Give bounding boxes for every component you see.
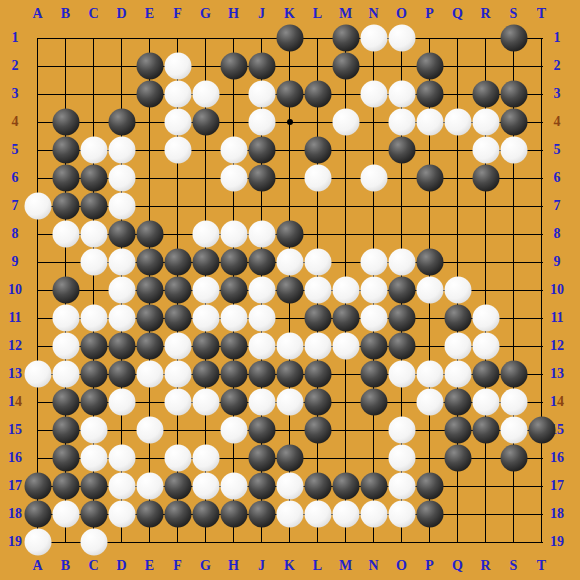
row-label-left: 13 [8, 366, 22, 382]
stone-black-O5 [388, 137, 415, 164]
row-label-left: 12 [8, 338, 22, 354]
stone-black-K16 [276, 445, 303, 472]
column-label-top: C [88, 6, 98, 22]
row-label-right: 9 [554, 254, 561, 270]
stone-white-G16 [192, 445, 219, 472]
stone-white-C9 [80, 249, 107, 276]
stone-black-C17 [80, 473, 107, 500]
stone-white-C11 [80, 305, 107, 332]
stone-white-H11 [220, 305, 247, 332]
stone-white-C8 [80, 221, 107, 248]
stone-white-G11 [192, 305, 219, 332]
stone-black-L14 [304, 389, 331, 416]
stone-black-H2 [220, 53, 247, 80]
grid-line-h [38, 66, 543, 67]
stone-white-D9 [108, 249, 135, 276]
stone-white-D16 [108, 445, 135, 472]
column-label-bottom: T [537, 558, 546, 574]
stone-white-F14 [164, 389, 191, 416]
stone-black-Q16 [444, 445, 471, 472]
stone-black-P6 [416, 165, 443, 192]
stone-white-A7 [24, 193, 51, 220]
stone-black-F9 [164, 249, 191, 276]
stone-black-S16 [500, 445, 527, 472]
stone-black-F17 [164, 473, 191, 500]
stone-white-P13 [416, 361, 443, 388]
stone-black-D4 [108, 109, 135, 136]
stone-white-F2 [164, 53, 191, 80]
row-label-left: 10 [8, 282, 22, 298]
stone-white-L9 [304, 249, 331, 276]
stone-black-L5 [304, 137, 331, 164]
row-label-left: 18 [8, 506, 22, 522]
stone-black-A18 [24, 501, 51, 528]
stone-black-J15 [248, 417, 275, 444]
stone-black-H14 [220, 389, 247, 416]
stone-white-R5 [472, 137, 499, 164]
stone-black-B16 [52, 445, 79, 472]
column-label-bottom: A [32, 558, 42, 574]
row-label-right: 2 [554, 58, 561, 74]
column-label-top: D [116, 6, 126, 22]
stone-white-D6 [108, 165, 135, 192]
row-label-left: 16 [8, 450, 22, 466]
stone-black-T15 [528, 417, 555, 444]
stone-black-K10 [276, 277, 303, 304]
row-label-left: 17 [8, 478, 22, 494]
stone-white-H5 [220, 137, 247, 164]
stone-black-N12 [360, 333, 387, 360]
stone-white-N18 [360, 501, 387, 528]
stone-white-L6 [304, 165, 331, 192]
stone-black-C12 [80, 333, 107, 360]
column-label-bottom: J [258, 558, 265, 574]
stone-white-C19 [80, 529, 107, 556]
stone-white-M4 [332, 109, 359, 136]
stone-white-K17 [276, 473, 303, 500]
stone-black-P3 [416, 81, 443, 108]
column-label-bottom: H [228, 558, 239, 574]
stone-black-N17 [360, 473, 387, 500]
stone-white-M10 [332, 277, 359, 304]
stone-black-J17 [248, 473, 275, 500]
stone-white-M12 [332, 333, 359, 360]
stone-black-O11 [388, 305, 415, 332]
column-label-top: Q [452, 6, 463, 22]
stone-white-J10 [248, 277, 275, 304]
stone-white-N10 [360, 277, 387, 304]
stone-white-B11 [52, 305, 79, 332]
stone-black-R3 [472, 81, 499, 108]
stone-white-L18 [304, 501, 331, 528]
stone-black-R15 [472, 417, 499, 444]
stone-black-J13 [248, 361, 275, 388]
stone-white-E17 [136, 473, 163, 500]
stone-white-P4 [416, 109, 443, 136]
column-label-bottom: D [116, 558, 126, 574]
stone-white-C15 [80, 417, 107, 444]
column-label-bottom: O [396, 558, 407, 574]
stone-black-C14 [80, 389, 107, 416]
row-label-right: 4 [554, 114, 561, 130]
stone-white-C5 [80, 137, 107, 164]
stone-white-O1 [388, 25, 415, 52]
column-label-top: F [173, 6, 182, 22]
stone-black-D13 [108, 361, 135, 388]
stone-black-O12 [388, 333, 415, 360]
stone-white-N1 [360, 25, 387, 52]
stone-black-E9 [136, 249, 163, 276]
column-label-top: O [396, 6, 407, 22]
row-label-right: 6 [554, 170, 561, 186]
row-label-right: 12 [550, 338, 564, 354]
stone-black-P17 [416, 473, 443, 500]
stone-white-G3 [192, 81, 219, 108]
stone-white-J4 [248, 109, 275, 136]
stone-white-J8 [248, 221, 275, 248]
column-label-bottom: S [510, 558, 518, 574]
stone-black-H10 [220, 277, 247, 304]
row-label-right: 16 [550, 450, 564, 466]
stone-black-M17 [332, 473, 359, 500]
stone-black-B10 [52, 277, 79, 304]
stone-black-N14 [360, 389, 387, 416]
stone-black-G12 [192, 333, 219, 360]
stone-black-Q14 [444, 389, 471, 416]
stone-black-J16 [248, 445, 275, 472]
stone-black-N13 [360, 361, 387, 388]
stone-black-S13 [500, 361, 527, 388]
stone-black-D8 [108, 221, 135, 248]
stone-white-O18 [388, 501, 415, 528]
stone-white-O9 [388, 249, 415, 276]
stone-white-E15 [136, 417, 163, 444]
stone-white-K9 [276, 249, 303, 276]
row-label-left: 14 [8, 394, 22, 410]
stone-black-G9 [192, 249, 219, 276]
stone-white-O17 [388, 473, 415, 500]
stone-white-J11 [248, 305, 275, 332]
stone-white-R11 [472, 305, 499, 332]
stone-black-S1 [500, 25, 527, 52]
stone-black-L15 [304, 417, 331, 444]
column-label-top: B [61, 6, 70, 22]
stone-black-B5 [52, 137, 79, 164]
column-label-bottom: E [145, 558, 154, 574]
stone-black-F11 [164, 305, 191, 332]
stone-black-K13 [276, 361, 303, 388]
stone-black-B7 [52, 193, 79, 220]
stone-white-S15 [500, 417, 527, 444]
column-label-top: A [32, 6, 42, 22]
row-label-right: 11 [550, 310, 563, 326]
stone-black-K1 [276, 25, 303, 52]
stone-white-D5 [108, 137, 135, 164]
stone-white-B18 [52, 501, 79, 528]
row-label-left: 2 [12, 58, 19, 74]
stone-white-N3 [360, 81, 387, 108]
column-label-bottom: B [61, 558, 70, 574]
row-label-left: 4 [12, 114, 19, 130]
stone-white-N9 [360, 249, 387, 276]
stone-white-J12 [248, 333, 275, 360]
stone-black-H12 [220, 333, 247, 360]
column-label-top: M [339, 6, 352, 22]
stone-white-Q13 [444, 361, 471, 388]
stone-black-E18 [136, 501, 163, 528]
stone-white-H17 [220, 473, 247, 500]
stone-white-M18 [332, 501, 359, 528]
row-label-left: 9 [12, 254, 19, 270]
grid-line-v [541, 38, 542, 543]
row-label-right: 3 [554, 86, 561, 102]
stone-black-Q11 [444, 305, 471, 332]
row-label-left: 5 [12, 142, 19, 158]
row-label-right: 14 [550, 394, 564, 410]
row-label-right: 5 [554, 142, 561, 158]
go-board[interactable]: AA11BB22CC33DD44EE55FF66GG77HH88JJ99KK10… [0, 0, 580, 580]
column-label-bottom: Q [452, 558, 463, 574]
stone-white-O3 [388, 81, 415, 108]
column-label-top: N [368, 6, 378, 22]
stone-white-R14 [472, 389, 499, 416]
stone-white-F5 [164, 137, 191, 164]
stone-white-L10 [304, 277, 331, 304]
row-label-left: 15 [8, 422, 22, 438]
row-label-left: 11 [8, 310, 21, 326]
stone-black-C6 [80, 165, 107, 192]
stone-black-G18 [192, 501, 219, 528]
stone-white-G10 [192, 277, 219, 304]
stone-white-B12 [52, 333, 79, 360]
stone-black-J2 [248, 53, 275, 80]
stone-white-A13 [24, 361, 51, 388]
column-label-top: L [313, 6, 322, 22]
row-label-right: 7 [554, 198, 561, 214]
row-label-right: 13 [550, 366, 564, 382]
stone-black-C7 [80, 193, 107, 220]
stone-black-L3 [304, 81, 331, 108]
row-label-right: 10 [550, 282, 564, 298]
column-label-top: R [480, 6, 490, 22]
stone-black-M2 [332, 53, 359, 80]
hoshi-point [287, 119, 293, 125]
stone-black-D12 [108, 333, 135, 360]
stone-black-S4 [500, 109, 527, 136]
stone-white-E13 [136, 361, 163, 388]
stone-white-R12 [472, 333, 499, 360]
stone-white-G14 [192, 389, 219, 416]
stone-black-P2 [416, 53, 443, 80]
column-label-bottom: C [88, 558, 98, 574]
stone-black-P18 [416, 501, 443, 528]
stone-white-F12 [164, 333, 191, 360]
column-label-top: J [258, 6, 265, 22]
stone-white-F13 [164, 361, 191, 388]
stone-black-E10 [136, 277, 163, 304]
row-label-right: 8 [554, 226, 561, 242]
stone-white-G17 [192, 473, 219, 500]
column-label-bottom: N [368, 558, 378, 574]
stone-white-D11 [108, 305, 135, 332]
stone-black-F18 [164, 501, 191, 528]
row-label-left: 8 [12, 226, 19, 242]
stone-white-D10 [108, 277, 135, 304]
stone-black-R6 [472, 165, 499, 192]
stone-black-K3 [276, 81, 303, 108]
column-label-bottom: K [284, 558, 295, 574]
stone-white-S5 [500, 137, 527, 164]
stone-black-J18 [248, 501, 275, 528]
row-label-right: 1 [554, 30, 561, 46]
stone-white-D18 [108, 501, 135, 528]
row-label-right: 19 [550, 534, 564, 550]
column-label-bottom: M [339, 558, 352, 574]
column-label-top: S [510, 6, 518, 22]
stone-white-K18 [276, 501, 303, 528]
column-label-top: P [425, 6, 434, 22]
column-label-top: K [284, 6, 295, 22]
stone-white-H6 [220, 165, 247, 192]
stone-white-S14 [500, 389, 527, 416]
stone-black-R13 [472, 361, 499, 388]
stone-white-B13 [52, 361, 79, 388]
stone-black-B17 [52, 473, 79, 500]
stone-white-P14 [416, 389, 443, 416]
column-label-top: T [537, 6, 546, 22]
stone-white-K14 [276, 389, 303, 416]
stone-black-B4 [52, 109, 79, 136]
stone-black-L17 [304, 473, 331, 500]
stone-white-Q12 [444, 333, 471, 360]
stone-white-J14 [248, 389, 275, 416]
stone-white-F3 [164, 81, 191, 108]
grid-line-h [38, 542, 543, 543]
stone-white-Q10 [444, 277, 471, 304]
stone-white-O13 [388, 361, 415, 388]
column-label-top: H [228, 6, 239, 22]
stone-white-G8 [192, 221, 219, 248]
stone-white-D14 [108, 389, 135, 416]
stone-black-M11 [332, 305, 359, 332]
stone-black-B14 [52, 389, 79, 416]
row-label-right: 17 [550, 478, 564, 494]
stone-black-P9 [416, 249, 443, 276]
stone-white-K12 [276, 333, 303, 360]
row-label-left: 7 [12, 198, 19, 214]
stone-black-E12 [136, 333, 163, 360]
stone-white-O16 [388, 445, 415, 472]
row-label-left: 6 [12, 170, 19, 186]
stone-black-C13 [80, 361, 107, 388]
stone-white-O4 [388, 109, 415, 136]
column-label-bottom: P [425, 558, 434, 574]
stone-white-O15 [388, 417, 415, 444]
stone-white-B8 [52, 221, 79, 248]
stone-white-D7 [108, 193, 135, 220]
stone-white-A19 [24, 529, 51, 556]
stone-black-F10 [164, 277, 191, 304]
stone-black-E11 [136, 305, 163, 332]
stone-black-B15 [52, 417, 79, 444]
stone-black-C18 [80, 501, 107, 528]
stone-black-J5 [248, 137, 275, 164]
stone-white-P10 [416, 277, 443, 304]
row-label-left: 1 [12, 30, 19, 46]
stone-black-M1 [332, 25, 359, 52]
stone-white-L12 [304, 333, 331, 360]
stone-white-F4 [164, 109, 191, 136]
stone-white-N11 [360, 305, 387, 332]
stone-white-F16 [164, 445, 191, 472]
column-label-top: E [145, 6, 154, 22]
stone-black-G4 [192, 109, 219, 136]
stone-white-C16 [80, 445, 107, 472]
stone-black-G13 [192, 361, 219, 388]
stone-black-H13 [220, 361, 247, 388]
stone-white-H8 [220, 221, 247, 248]
column-label-bottom: L [313, 558, 322, 574]
column-label-bottom: F [173, 558, 182, 574]
row-label-left: 3 [12, 86, 19, 102]
stone-black-E8 [136, 221, 163, 248]
stone-black-B6 [52, 165, 79, 192]
stone-black-S3 [500, 81, 527, 108]
stone-black-K8 [276, 221, 303, 248]
column-label-bottom: R [480, 558, 490, 574]
stone-white-Q4 [444, 109, 471, 136]
grid-line-v [37, 38, 38, 543]
stone-black-J6 [248, 165, 275, 192]
stone-white-D17 [108, 473, 135, 500]
stone-white-R4 [472, 109, 499, 136]
column-label-bottom: G [200, 558, 211, 574]
row-label-left: 19 [8, 534, 22, 550]
stone-white-H15 [220, 417, 247, 444]
stone-black-E2 [136, 53, 163, 80]
stone-black-O10 [388, 277, 415, 304]
stone-black-H18 [220, 501, 247, 528]
stone-black-Q15 [444, 417, 471, 444]
stone-black-L11 [304, 305, 331, 332]
stone-white-N6 [360, 165, 387, 192]
stone-black-E3 [136, 81, 163, 108]
stone-white-J3 [248, 81, 275, 108]
column-label-top: G [200, 6, 211, 22]
stone-black-H9 [220, 249, 247, 276]
stone-black-A17 [24, 473, 51, 500]
stone-black-L13 [304, 361, 331, 388]
stone-black-J9 [248, 249, 275, 276]
row-label-right: 18 [550, 506, 564, 522]
